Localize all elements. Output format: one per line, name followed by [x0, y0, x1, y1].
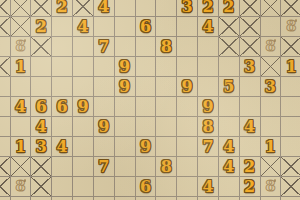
empty-cell	[156, 0, 177, 17]
ghost-number-cell: 8	[281, 17, 300, 37]
crossed-cell	[11, 17, 32, 37]
ghost-number-cell: 8	[11, 37, 32, 57]
ghost-number-cell: 8	[11, 177, 32, 197]
number-glyph: 2	[57, 0, 68, 15]
empty-cell	[281, 137, 300, 157]
crossed-cell	[0, 17, 11, 37]
number-glyph: 2	[244, 159, 255, 175]
empty-cell	[94, 77, 115, 97]
empty-cell	[281, 97, 300, 117]
empty-cell	[177, 37, 198, 57]
crossed-cell	[31, 157, 52, 177]
number-glyph: 7	[98, 159, 109, 175]
empty-cell	[52, 157, 73, 177]
empty-cell	[52, 17, 73, 37]
ghost-sparkle-dot	[274, 179, 276, 182]
number-glyph: 8	[161, 39, 172, 55]
game-board: 2432224648878819319953466994984134974178…	[0, 0, 300, 200]
empty-cell	[261, 17, 282, 37]
number-tile[interactable]: 9	[73, 97, 94, 117]
number-tile[interactable]: 4	[219, 157, 240, 177]
number-tile[interactable]: 6	[136, 17, 157, 37]
number-tile[interactable]: 6	[136, 177, 157, 197]
empty-cell	[52, 117, 73, 137]
empty-cell	[0, 77, 11, 97]
number-tile[interactable]: 1	[11, 137, 32, 157]
empty-cell	[281, 197, 300, 200]
empty-cell	[11, 117, 32, 137]
empty-cell	[240, 197, 261, 200]
empty-cell	[0, 37, 11, 57]
empty-cell	[31, 197, 52, 200]
number-tile[interactable]: 2	[198, 0, 219, 17]
empty-cell	[198, 157, 219, 177]
empty-cell	[261, 117, 282, 137]
empty-cell	[73, 77, 94, 97]
crossed-cell	[11, 0, 32, 17]
number-tile[interactable]: 1	[11, 57, 32, 77]
number-glyph: 4	[57, 139, 68, 155]
number-glyph: 2	[223, 0, 234, 15]
empty-cell	[177, 17, 198, 37]
empty-cell	[240, 77, 261, 97]
number-tile[interactable]: 1	[281, 57, 300, 77]
number-tile[interactable]: 9	[115, 57, 136, 77]
empty-cell	[219, 177, 240, 197]
number-glyph: 4	[244, 119, 255, 135]
crossed-cell	[240, 17, 261, 37]
number-tile[interactable]: 9	[136, 137, 157, 157]
empty-cell	[177, 117, 198, 137]
crossed-cell	[31, 0, 52, 17]
empty-cell	[94, 177, 115, 197]
number-tile[interactable]: 8	[156, 37, 177, 57]
number-tile[interactable]: 3	[177, 0, 198, 17]
number-glyph: 4	[36, 119, 47, 135]
ghost-number-cell: 8	[261, 37, 282, 57]
empty-cell	[136, 37, 157, 57]
empty-cell	[115, 197, 136, 200]
empty-cell	[73, 157, 94, 177]
number-glyph: 3	[182, 0, 193, 15]
empty-cell	[198, 77, 219, 97]
number-glyph: 9	[202, 99, 213, 115]
empty-cell	[0, 97, 11, 117]
empty-cell	[136, 77, 157, 97]
empty-cell	[115, 157, 136, 177]
number-glyph: 3	[244, 59, 255, 75]
number-glyph: 9	[119, 79, 130, 95]
empty-cell	[11, 77, 32, 97]
crossed-cell	[281, 37, 300, 57]
crossed-cell	[219, 37, 240, 57]
empty-cell	[0, 117, 11, 137]
number-glyph: 9	[98, 119, 109, 135]
empty-cell	[281, 117, 300, 137]
number-glyph: 7	[202, 139, 213, 155]
empty-cell	[73, 177, 94, 197]
empty-cell	[156, 117, 177, 137]
number-glyph: 4	[202, 19, 213, 35]
crossed-cell	[281, 0, 300, 17]
number-tile[interactable]: 4	[198, 177, 219, 197]
empty-cell	[136, 0, 157, 17]
empty-cell	[73, 37, 94, 57]
number-glyph: 3	[36, 139, 47, 155]
empty-cell	[73, 197, 94, 200]
number-tile[interactable]: 9	[94, 117, 115, 137]
number-glyph: 9	[140, 139, 151, 155]
number-tile[interactable]: 2	[31, 17, 52, 37]
empty-cell	[31, 57, 52, 77]
number-glyph: 1	[15, 59, 26, 75]
empty-cell	[94, 197, 115, 200]
number-glyph: 1	[286, 59, 297, 75]
number-tile[interactable]: 4	[240, 117, 261, 137]
empty-cell	[136, 97, 157, 117]
number-tile[interactable]: 3	[240, 57, 261, 77]
empty-cell	[0, 197, 11, 200]
empty-cell	[177, 157, 198, 177]
crossed-cell	[0, 157, 11, 177]
number-tile[interactable]: 2	[240, 177, 261, 197]
number-tile[interactable]: 5	[219, 77, 240, 97]
crossed-cell	[73, 0, 94, 17]
empty-cell	[115, 177, 136, 197]
number-tile[interactable]: 1	[261, 137, 282, 157]
empty-cell	[219, 57, 240, 77]
empty-cell	[136, 57, 157, 77]
crossed-cell	[240, 0, 261, 17]
empty-cell	[115, 0, 136, 17]
number-glyph: 7	[98, 39, 109, 55]
number-glyph: 4	[202, 179, 213, 195]
empty-cell	[156, 17, 177, 37]
ghost-number-cell: 8	[261, 177, 282, 197]
empty-cell	[240, 137, 261, 157]
number-glyph: 4	[15, 99, 26, 115]
number-glyph: 2	[36, 19, 47, 35]
empty-cell	[94, 137, 115, 157]
number-tile[interactable]: 9	[177, 77, 198, 97]
empty-cell	[115, 17, 136, 37]
number-tile[interactable]: 7	[198, 137, 219, 157]
empty-cell	[261, 97, 282, 117]
number-glyph: 4	[223, 159, 234, 175]
number-tile[interactable]: 2	[52, 0, 73, 17]
empty-cell	[73, 137, 94, 157]
number-tile[interactable]: 8	[156, 157, 177, 177]
empty-cell	[94, 57, 115, 77]
empty-cell	[136, 117, 157, 137]
crossed-cell	[240, 37, 261, 57]
number-glyph: 6	[36, 99, 47, 115]
number-glyph: 8	[161, 159, 172, 175]
empty-cell	[52, 177, 73, 197]
number-tile[interactable]: 9	[198, 97, 219, 117]
empty-cell	[219, 197, 240, 200]
crossed-cell	[0, 0, 11, 17]
empty-cell	[156, 77, 177, 97]
number-glyph: 8	[202, 119, 213, 135]
empty-cell	[73, 57, 94, 77]
empty-cell	[136, 157, 157, 177]
number-tile[interactable]: 7	[94, 37, 115, 57]
crossed-cell	[261, 157, 282, 177]
crossed-cell	[261, 0, 282, 17]
number-tile[interactable]: 6	[52, 97, 73, 117]
crossed-cell	[281, 157, 300, 177]
number-tile[interactable]: 4	[94, 0, 115, 17]
number-tile[interactable]: 3	[31, 137, 52, 157]
number-glyph: 9	[119, 59, 130, 75]
number-tile[interactable]: 4	[52, 137, 73, 157]
number-glyph: 6	[57, 99, 68, 115]
ghost-sparkle-dot	[24, 179, 26, 182]
empty-cell	[94, 17, 115, 37]
number-tile[interactable]: 3	[261, 77, 282, 97]
number-glyph: 4	[223, 139, 234, 155]
empty-cell	[198, 197, 219, 200]
number-tile[interactable]: 4	[11, 97, 32, 117]
crossed-cell	[0, 57, 11, 77]
number-tile[interactable]: 9	[115, 77, 136, 97]
number-tile[interactable]: 8	[198, 117, 219, 137]
empty-cell	[52, 77, 73, 97]
crossed-cell	[219, 17, 240, 37]
number-tile[interactable]: 2	[219, 0, 240, 17]
number-tile[interactable]: 4	[198, 17, 219, 37]
number-glyph: 1	[15, 139, 26, 155]
number-tile[interactable]: 4	[73, 17, 94, 37]
empty-cell	[240, 97, 261, 117]
number-glyph: 6	[140, 19, 151, 35]
empty-cell	[31, 77, 52, 97]
empty-cell	[52, 197, 73, 200]
number-tile[interactable]: 4	[31, 117, 52, 137]
number-glyph: 5	[223, 79, 234, 95]
empty-cell	[177, 57, 198, 77]
empty-cell	[177, 137, 198, 157]
empty-cell	[115, 137, 136, 157]
empty-cell	[198, 57, 219, 77]
empty-cell	[156, 197, 177, 200]
number-tile[interactable]: 4	[219, 137, 240, 157]
number-tile[interactable]: 2	[240, 157, 261, 177]
empty-cell	[73, 117, 94, 137]
empty-cell	[0, 137, 11, 157]
number-tile[interactable]: 6	[31, 97, 52, 117]
empty-cell	[156, 137, 177, 157]
empty-cell	[115, 97, 136, 117]
number-glyph: 4	[77, 19, 88, 35]
empty-cell	[177, 177, 198, 197]
empty-cell	[177, 197, 198, 200]
crossed-cell	[0, 177, 11, 197]
empty-cell	[156, 97, 177, 117]
crossed-cell	[281, 177, 300, 197]
number-glyph: 1	[265, 139, 276, 155]
crossed-cell	[11, 157, 32, 177]
empty-cell	[52, 57, 73, 77]
empty-cell	[115, 117, 136, 137]
empty-cell	[94, 97, 115, 117]
ghost-sparkle-dot	[295, 19, 297, 22]
empty-cell	[115, 37, 136, 57]
crossed-cell	[31, 177, 52, 197]
empty-cell	[219, 97, 240, 117]
crossed-cell	[31, 37, 52, 57]
number-glyph: 9	[182, 79, 193, 95]
ghost-sparkle-dot	[274, 39, 276, 42]
empty-cell	[11, 197, 32, 200]
number-glyph: 9	[77, 99, 88, 115]
number-tile[interactable]: 7	[94, 157, 115, 177]
empty-cell	[261, 197, 282, 200]
ghost-sparkle-dot	[24, 39, 26, 42]
crossed-cell	[261, 57, 282, 77]
game-screen: 2432224648878819319953466994984134974178…	[0, 0, 300, 200]
empty-cell	[156, 57, 177, 77]
empty-cell	[156, 177, 177, 197]
number-glyph: 3	[265, 79, 276, 95]
empty-cell	[52, 37, 73, 57]
number-glyph: 4	[98, 0, 109, 15]
empty-cell	[281, 77, 300, 97]
empty-cell	[177, 97, 198, 117]
number-glyph: 2	[244, 179, 255, 195]
number-glyph: 2	[202, 0, 213, 15]
empty-cell	[219, 117, 240, 137]
number-glyph: 6	[140, 179, 151, 195]
empty-cell	[198, 37, 219, 57]
empty-cell	[136, 197, 157, 200]
